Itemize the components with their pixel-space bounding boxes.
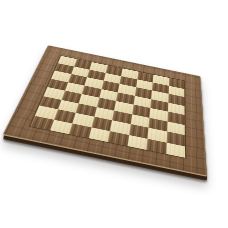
board-field: [30, 56, 185, 158]
board-shadow-wrap: [0, 0, 228, 228]
square-h1: [166, 142, 185, 158]
chess-board: [3, 45, 207, 176]
square-f1: [127, 135, 147, 150]
product-photo: [0, 0, 228, 228]
square-e1: [108, 131, 129, 146]
square-d1: [88, 127, 110, 142]
square-g1: [146, 138, 166, 153]
